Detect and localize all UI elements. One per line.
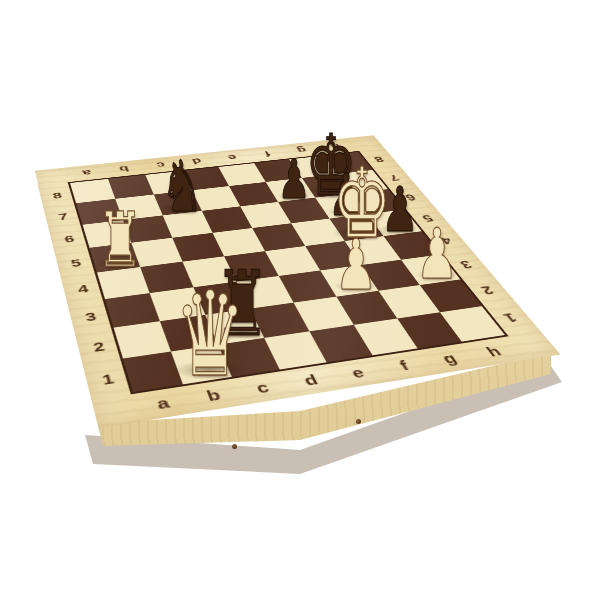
white-pawn-icon: ♟ bbox=[335, 231, 378, 301]
piece-white-rook[interactable]: ♜ bbox=[86, 203, 154, 279]
piece-black-pawn[interactable]: ♟ bbox=[270, 152, 319, 206]
white-pawn-icon: ♟ bbox=[416, 220, 459, 290]
white-queen-icon: ♛ bbox=[174, 276, 246, 393]
black-knight-icon: ♞ bbox=[160, 152, 203, 223]
piece-black-knight[interactable]: ♞ bbox=[150, 152, 214, 223]
chess-photo-scene: aa88bb77cc66dd55ee44ff33gg22hh11 ♞♚♟♟♚♟♜… bbox=[0, 0, 600, 600]
pieces-layer: ♞♚♟♟♚♟♜♟♟♜♛ bbox=[0, 0, 600, 600]
black-pawn-icon: ♟ bbox=[278, 152, 311, 206]
white-rook-icon: ♜ bbox=[97, 203, 143, 279]
piece-white-queen[interactable]: ♛ bbox=[157, 276, 262, 393]
piece-white-pawn[interactable]: ♟ bbox=[406, 220, 469, 290]
piece-white-pawn[interactable]: ♟ bbox=[325, 231, 388, 301]
